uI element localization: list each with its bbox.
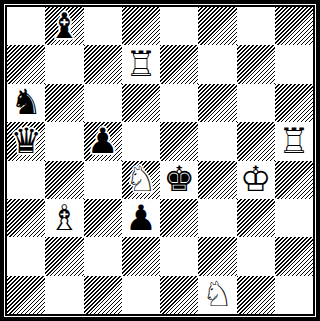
square-f2[interactable] <box>198 237 236 275</box>
square-f7[interactable] <box>198 45 236 83</box>
square-b6[interactable] <box>45 84 83 122</box>
square-h5[interactable]: ♜♖ <box>275 122 313 160</box>
square-e8[interactable] <box>160 7 198 45</box>
square-a5[interactable]: ♛♛ <box>7 122 45 160</box>
square-g1[interactable] <box>237 276 275 314</box>
square-f3[interactable] <box>198 199 236 237</box>
piece-halo: ♟ <box>125 201 156 236</box>
black-pawn-piece: ♟ <box>125 201 156 236</box>
white-rook-piece: ♖ <box>125 47 156 82</box>
square-h3[interactable] <box>275 199 313 237</box>
piece-halo: ♟ <box>87 124 118 159</box>
square-h6[interactable] <box>275 84 313 122</box>
chess-board: ♝♝♜♖♞♞♛♛♟♟♜♖♞♘♚♚♚♔♝♗♟♟♞♘ <box>5 5 315 316</box>
square-e1[interactable] <box>160 276 198 314</box>
square-b2[interactable] <box>45 237 83 275</box>
square-c5[interactable]: ♟♟ <box>84 122 122 160</box>
black-knight-piece: ♞ <box>10 85 41 120</box>
square-c7[interactable] <box>84 45 122 83</box>
square-b3[interactable]: ♝♗ <box>45 199 83 237</box>
square-a8[interactable] <box>7 7 45 45</box>
square-a2[interactable] <box>7 237 45 275</box>
square-h4[interactable] <box>275 161 313 199</box>
piece-halo: ♜ <box>125 47 156 82</box>
black-king-piece: ♚ <box>163 162 194 197</box>
square-h7[interactable] <box>275 45 313 83</box>
square-b8[interactable]: ♝♝ <box>45 7 83 45</box>
square-h1[interactable] <box>275 276 313 314</box>
square-h8[interactable] <box>275 7 313 45</box>
square-g5[interactable] <box>237 122 275 160</box>
square-f8[interactable] <box>198 7 236 45</box>
square-b5[interactable] <box>45 122 83 160</box>
piece-halo: ♞ <box>125 162 156 197</box>
square-f4[interactable] <box>198 161 236 199</box>
white-bishop-piece: ♗ <box>49 201 80 236</box>
square-e7[interactable] <box>160 45 198 83</box>
square-g8[interactable] <box>237 7 275 45</box>
square-a6[interactable]: ♞♞ <box>7 84 45 122</box>
square-e3[interactable] <box>160 199 198 237</box>
black-pawn-piece: ♟ <box>87 124 118 159</box>
square-g2[interactable] <box>237 237 275 275</box>
square-e2[interactable] <box>160 237 198 275</box>
square-g3[interactable] <box>237 199 275 237</box>
square-d2[interactable] <box>122 237 160 275</box>
piece-halo: ♞ <box>10 85 41 120</box>
square-e5[interactable] <box>160 122 198 160</box>
piece-halo: ♝ <box>49 201 80 236</box>
white-knight-piece: ♘ <box>202 277 233 312</box>
square-c2[interactable] <box>84 237 122 275</box>
piece-halo: ♛ <box>10 124 41 159</box>
piece-halo: ♜ <box>278 124 309 159</box>
piece-halo: ♝ <box>49 9 80 44</box>
square-g4[interactable]: ♚♔ <box>237 161 275 199</box>
square-f1[interactable]: ♞♘ <box>198 276 236 314</box>
square-d8[interactable] <box>122 7 160 45</box>
white-knight-piece: ♘ <box>125 162 156 197</box>
square-f5[interactable] <box>198 122 236 160</box>
square-c1[interactable] <box>84 276 122 314</box>
piece-halo: ♞ <box>202 277 233 312</box>
square-g6[interactable] <box>237 84 275 122</box>
square-c4[interactable] <box>84 161 122 199</box>
square-c6[interactable] <box>84 84 122 122</box>
square-b4[interactable] <box>45 161 83 199</box>
square-b7[interactable] <box>45 45 83 83</box>
square-a1[interactable] <box>7 276 45 314</box>
square-d4[interactable]: ♞♘ <box>122 161 160 199</box>
white-rook-piece: ♖ <box>278 124 309 159</box>
black-bishop-piece: ♝ <box>49 9 80 44</box>
square-f6[interactable] <box>198 84 236 122</box>
square-c8[interactable] <box>84 7 122 45</box>
square-d1[interactable] <box>122 276 160 314</box>
square-a3[interactable] <box>7 199 45 237</box>
square-b1[interactable] <box>45 276 83 314</box>
square-d3[interactable]: ♟♟ <box>122 199 160 237</box>
square-a7[interactable] <box>7 45 45 83</box>
square-h2[interactable] <box>275 237 313 275</box>
piece-halo: ♚ <box>240 162 271 197</box>
black-queen-piece: ♛ <box>10 124 41 159</box>
square-d6[interactable] <box>122 84 160 122</box>
white-king-piece: ♔ <box>240 162 271 197</box>
square-g7[interactable] <box>237 45 275 83</box>
square-c3[interactable] <box>84 199 122 237</box>
chess-board-frame: ♝♝♜♖♞♞♛♛♟♟♜♖♞♘♚♚♚♔♝♗♟♟♞♘ <box>0 0 320 321</box>
square-d7[interactable]: ♜♖ <box>122 45 160 83</box>
square-d5[interactable] <box>122 122 160 160</box>
square-e4[interactable]: ♚♚ <box>160 161 198 199</box>
piece-halo: ♚ <box>163 162 194 197</box>
square-e6[interactable] <box>160 84 198 122</box>
square-a4[interactable] <box>7 161 45 199</box>
